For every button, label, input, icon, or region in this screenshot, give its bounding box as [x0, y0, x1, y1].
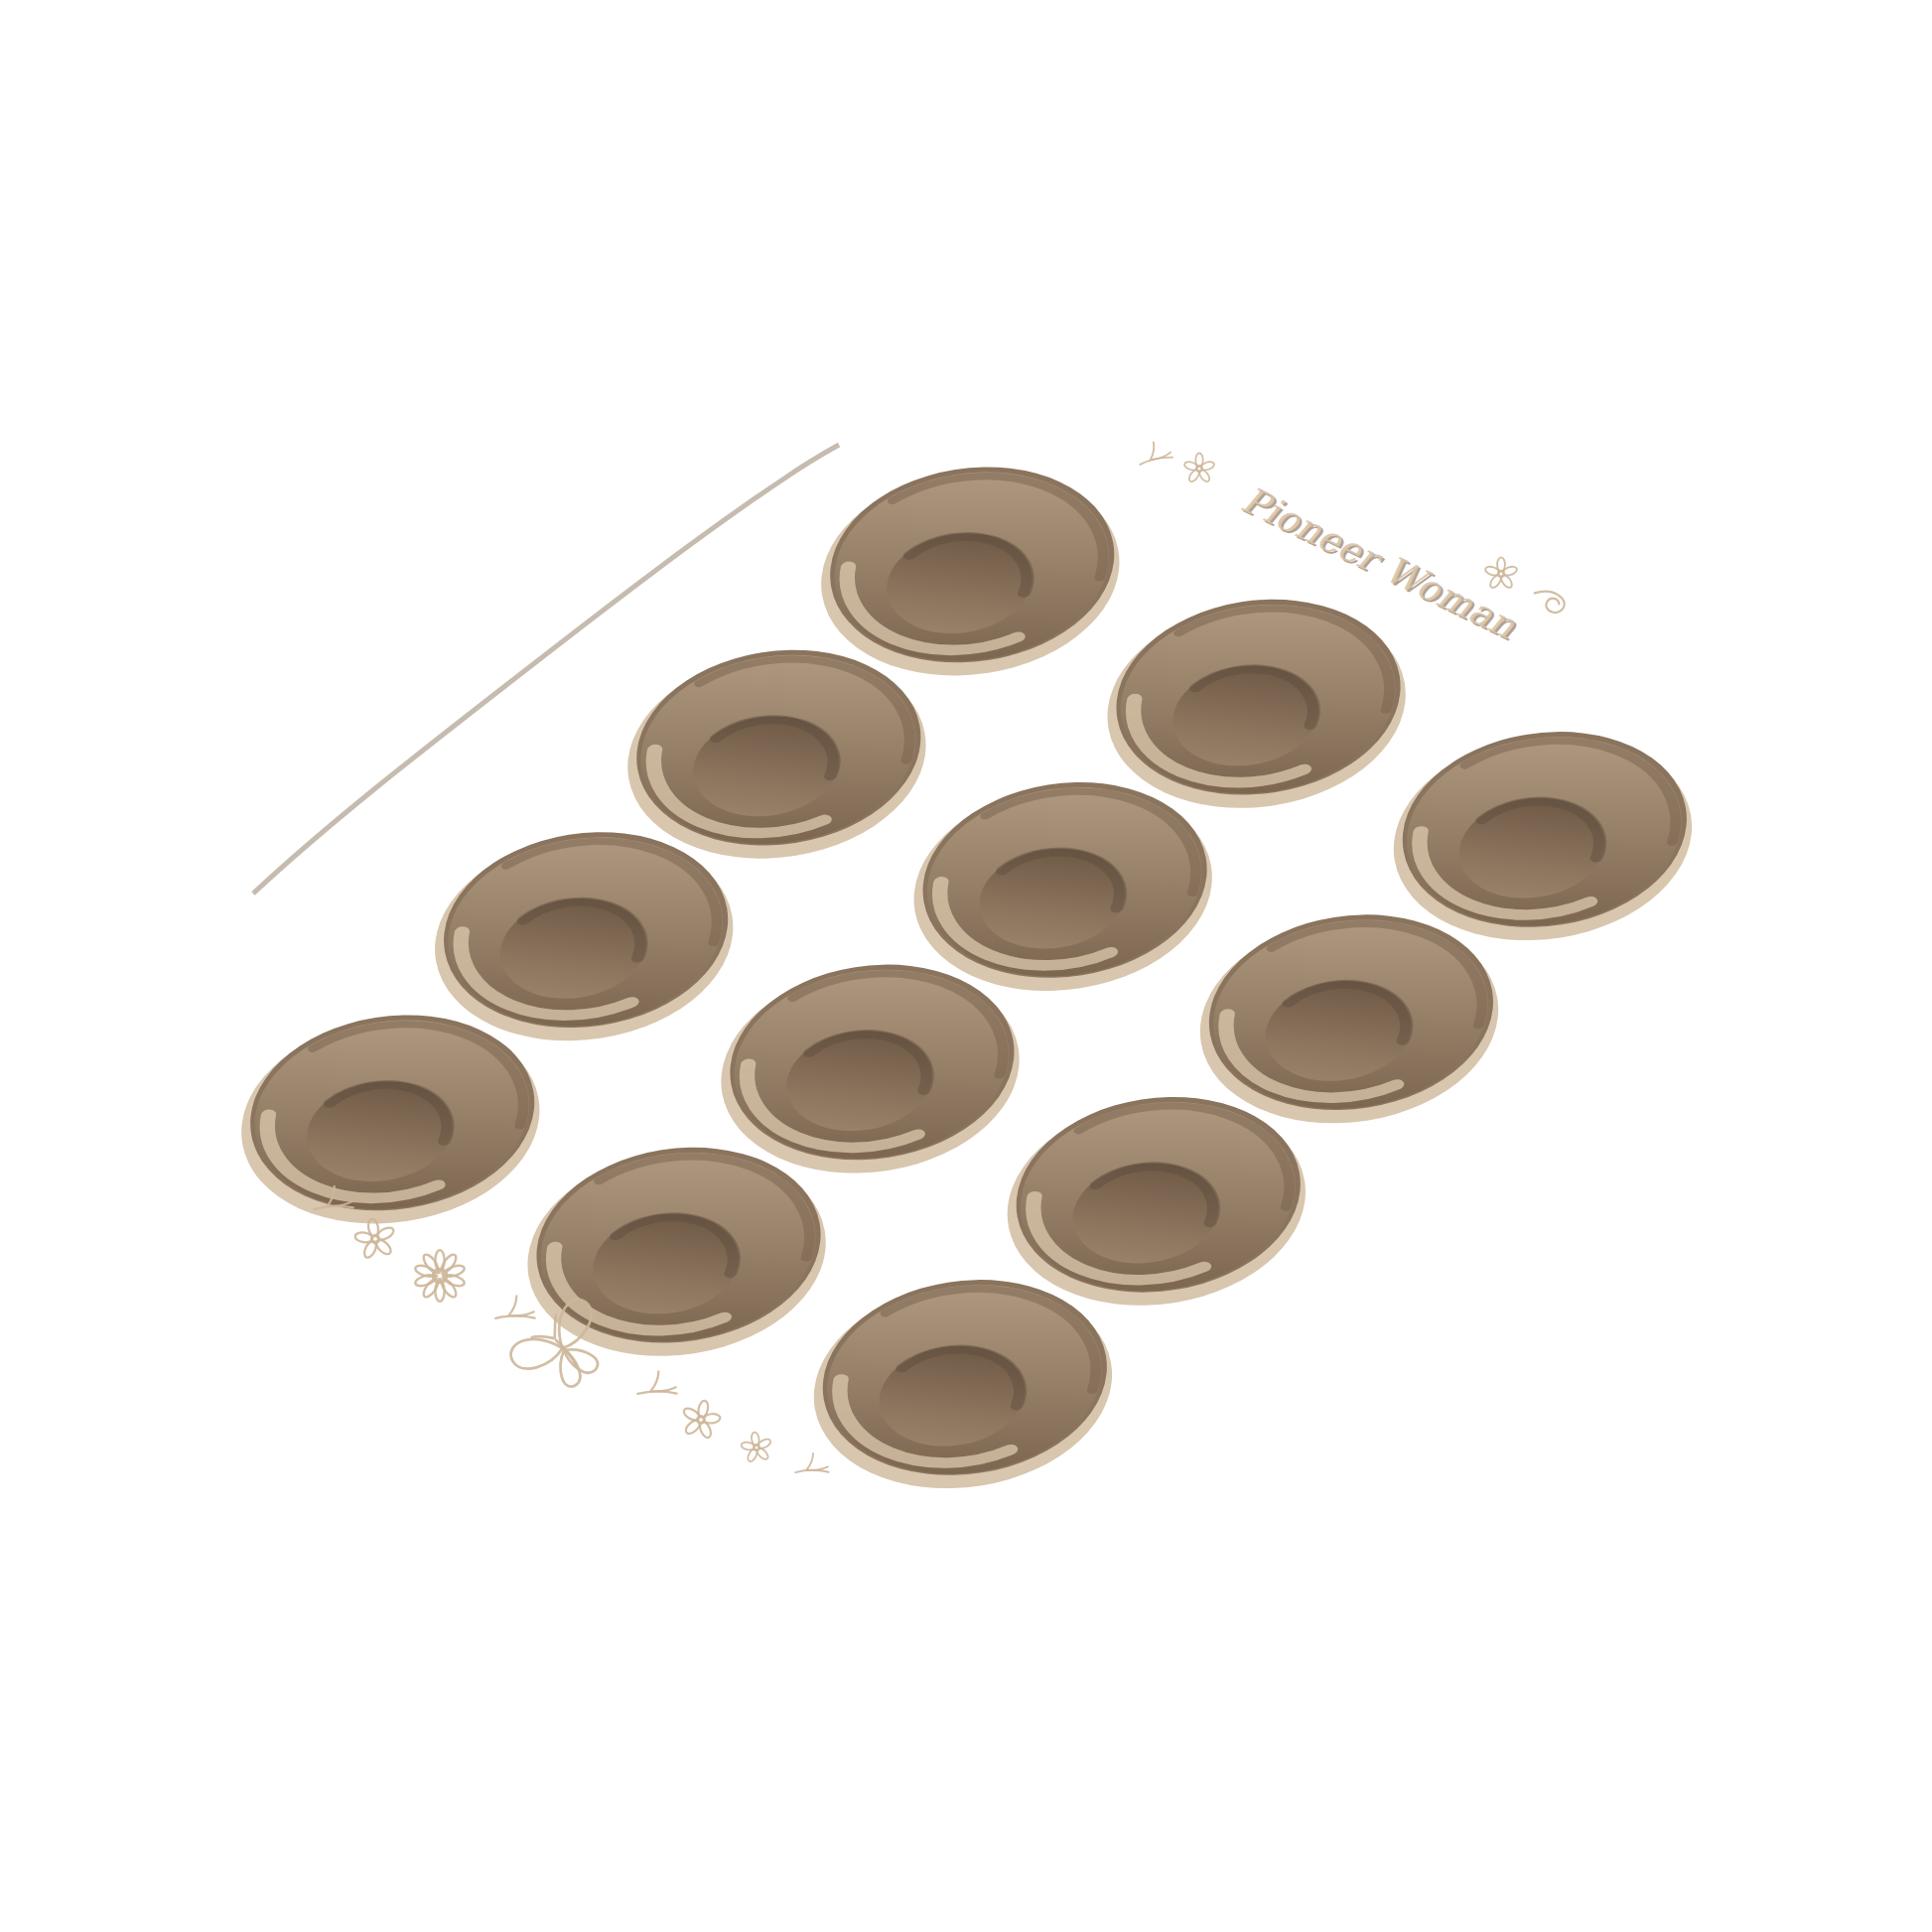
emboss-flower [1183, 453, 1215, 483]
emboss-sunflower [414, 1250, 466, 1302]
muffin-cup-grid [181, 430, 1753, 1527]
emboss-flower [739, 1430, 774, 1464]
emboss-sprig [637, 1368, 681, 1411]
emboss-flower [678, 1397, 725, 1442]
emboss-flower [1484, 557, 1518, 589]
emboss-sprig [795, 1450, 833, 1487]
emboss-swirl [1531, 586, 1568, 616]
product-photo-stage: Pioneer Woman Pioneer Woman [0, 0, 1932, 1932]
emboss-sprig [1140, 441, 1174, 474]
muffin-pan-photo: Pioneer Woman Pioneer Woman [0, 0, 1932, 1932]
emboss-sprig [495, 1293, 539, 1335]
